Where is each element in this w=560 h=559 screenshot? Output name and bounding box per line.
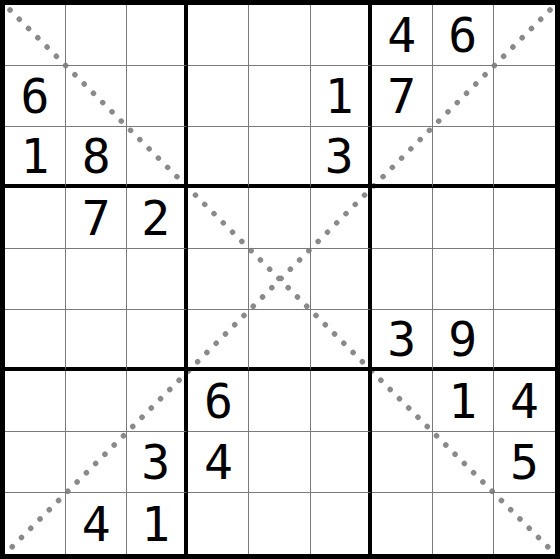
cell-r9c3[interactable]: 1: [127, 493, 188, 554]
cell-r7c7[interactable]: [372, 371, 433, 432]
cell-r8c2[interactable]: [66, 432, 127, 493]
cell-r4c1[interactable]: [5, 188, 66, 249]
cell-r2c8[interactable]: [433, 66, 494, 127]
cell-r8c9[interactable]: 5: [494, 432, 555, 493]
cell-r7c1[interactable]: [5, 371, 66, 432]
cell-r2c9[interactable]: [494, 66, 555, 127]
cell-r3c3[interactable]: [127, 127, 188, 188]
cell-r6c7[interactable]: 3: [372, 310, 433, 371]
cell-r9c1[interactable]: [5, 493, 66, 554]
cell-r2c6[interactable]: 1: [311, 66, 372, 127]
cell-r1c9[interactable]: [494, 5, 555, 66]
cell-r6c1[interactable]: [5, 310, 66, 371]
cell-r5c6[interactable]: [311, 249, 372, 310]
cell-r2c5[interactable]: [249, 66, 310, 127]
cell-r3c7[interactable]: [372, 127, 433, 188]
cell-r3c4[interactable]: [188, 127, 249, 188]
cell-r7c4[interactable]: 6: [188, 371, 249, 432]
cell-r6c9[interactable]: [494, 310, 555, 371]
cell-r2c2[interactable]: [66, 66, 127, 127]
cell-r1c3[interactable]: [127, 5, 188, 66]
cell-r4c9[interactable]: [494, 188, 555, 249]
cell-r5c1[interactable]: [5, 249, 66, 310]
cell-r8c1[interactable]: [5, 432, 66, 493]
sudoku-grid: 46617183723961434541: [5, 5, 555, 554]
cell-r4c4[interactable]: [188, 188, 249, 249]
cell-r1c4[interactable]: [188, 5, 249, 66]
sudoku-board: 46617183723961434541: [0, 0, 560, 559]
cell-r3c5[interactable]: [249, 127, 310, 188]
cell-r7c3[interactable]: [127, 371, 188, 432]
cell-r3c9[interactable]: [494, 127, 555, 188]
cell-r6c3[interactable]: [127, 310, 188, 371]
cell-r5c7[interactable]: [372, 249, 433, 310]
cell-r5c3[interactable]: [127, 249, 188, 310]
cell-r2c4[interactable]: [188, 66, 249, 127]
cell-r7c6[interactable]: [311, 371, 372, 432]
cell-r2c1[interactable]: 6: [5, 66, 66, 127]
cell-r7c2[interactable]: [66, 371, 127, 432]
cell-r8c8[interactable]: [433, 432, 494, 493]
cell-r9c2[interactable]: 4: [66, 493, 127, 554]
cell-r5c8[interactable]: [433, 249, 494, 310]
cell-r7c9[interactable]: 4: [494, 371, 555, 432]
cell-r4c6[interactable]: [311, 188, 372, 249]
cell-r6c2[interactable]: [66, 310, 127, 371]
cell-r1c6[interactable]: [311, 5, 372, 66]
cell-r8c4[interactable]: 4: [188, 432, 249, 493]
cell-r3c2[interactable]: 8: [66, 127, 127, 188]
cell-r1c8[interactable]: 6: [433, 5, 494, 66]
cell-r6c8[interactable]: 9: [433, 310, 494, 371]
cell-r6c6[interactable]: [311, 310, 372, 371]
cell-r1c5[interactable]: [249, 5, 310, 66]
cell-r7c8[interactable]: 1: [433, 371, 494, 432]
cell-r9c6[interactable]: [311, 493, 372, 554]
cell-r5c4[interactable]: [188, 249, 249, 310]
cell-r1c1[interactable]: [5, 5, 66, 66]
cell-r2c7[interactable]: 7: [372, 66, 433, 127]
cell-r2c3[interactable]: [127, 66, 188, 127]
cell-r5c5[interactable]: [249, 249, 310, 310]
cell-r1c7[interactable]: 4: [372, 5, 433, 66]
cell-r8c6[interactable]: [311, 432, 372, 493]
cell-r4c2[interactable]: 7: [66, 188, 127, 249]
cell-r8c7[interactable]: [372, 432, 433, 493]
cell-r8c3[interactable]: 3: [127, 432, 188, 493]
cell-r9c4[interactable]: [188, 493, 249, 554]
cell-r5c9[interactable]: [494, 249, 555, 310]
cell-r3c1[interactable]: 1: [5, 127, 66, 188]
cell-r9c5[interactable]: [249, 493, 310, 554]
cell-r1c2[interactable]: [66, 5, 127, 66]
cell-r8c5[interactable]: [249, 432, 310, 493]
cell-r5c2[interactable]: [66, 249, 127, 310]
cell-r9c8[interactable]: [433, 493, 494, 554]
cell-r9c9[interactable]: [494, 493, 555, 554]
cell-r6c4[interactable]: [188, 310, 249, 371]
cell-r4c3[interactable]: 2: [127, 188, 188, 249]
cell-r4c7[interactable]: [372, 188, 433, 249]
cell-r3c6[interactable]: 3: [311, 127, 372, 188]
cell-r9c7[interactable]: [372, 493, 433, 554]
cell-r6c5[interactable]: [249, 310, 310, 371]
cell-r3c8[interactable]: [433, 127, 494, 188]
cell-r4c5[interactable]: [249, 188, 310, 249]
cell-r4c8[interactable]: [433, 188, 494, 249]
cell-r7c5[interactable]: [249, 371, 310, 432]
